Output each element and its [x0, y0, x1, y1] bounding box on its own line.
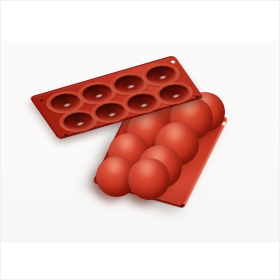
corner-hole [39, 98, 45, 102]
cavity-bowl [155, 82, 193, 105]
corner-hole [98, 180, 104, 185]
cavity-glint [124, 82, 138, 90]
corner-hole [63, 133, 69, 137]
cavity-glint [60, 101, 74, 109]
product-photo [0, 0, 280, 280]
corner-hole [170, 60, 176, 64]
cavity-glint [73, 120, 87, 128]
cavity-glint [156, 73, 170, 81]
cavity-glint [169, 92, 183, 100]
cavity-glint [137, 101, 151, 109]
cavity-glint [92, 92, 106, 100]
corner-hole [194, 95, 200, 99]
cavity-glint [105, 110, 119, 118]
